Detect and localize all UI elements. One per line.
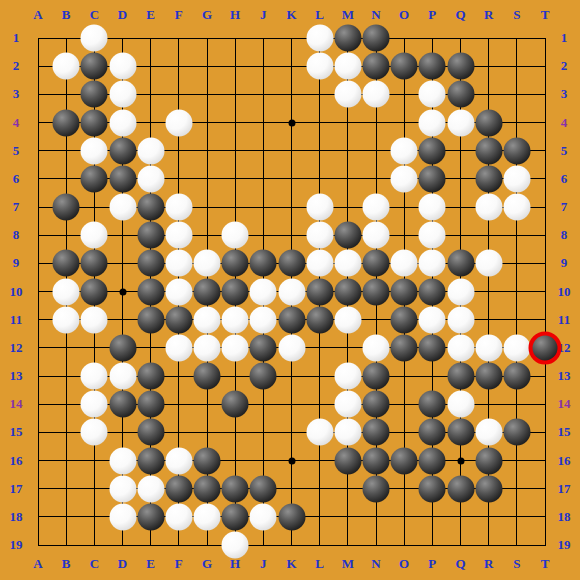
stone-black: [137, 363, 164, 390]
stone-black: [137, 419, 164, 446]
stone-white: [250, 503, 277, 530]
stone-white: [137, 165, 164, 192]
stone-white: [165, 222, 192, 249]
stone-white: [165, 447, 192, 474]
row-label: 11: [10, 312, 22, 328]
row-label: 14: [558, 396, 571, 412]
stone-black: [306, 278, 333, 305]
column-label: S: [513, 7, 520, 23]
stone-white: [475, 419, 502, 446]
stone-black: [278, 306, 305, 333]
row-label: 4: [13, 115, 20, 131]
column-label: D: [118, 7, 127, 23]
stone-black: [447, 81, 474, 108]
stone-black: [137, 278, 164, 305]
column-label: A: [33, 7, 42, 23]
stone-white: [475, 194, 502, 221]
stone-black: [363, 250, 390, 277]
stone-white: [165, 194, 192, 221]
go-board[interactable]: AABBCCDDEEFFGGHHJJKKLLMMNNOOPPQQRRSSTT11…: [0, 0, 580, 580]
stone-black: [419, 165, 446, 192]
grid-line: [545, 38, 546, 546]
row-label: 2: [13, 58, 20, 74]
stone-white: [81, 391, 108, 418]
row-label: 5: [13, 143, 20, 159]
row-label: 16: [558, 453, 571, 469]
stone-black: [53, 250, 80, 277]
stone-black: [334, 25, 361, 52]
stone-black: [447, 250, 474, 277]
row-label: 13: [558, 368, 571, 384]
stone-black: [194, 447, 221, 474]
column-label: B: [62, 556, 71, 572]
row-label: 1: [13, 30, 20, 46]
stone-black: [391, 447, 418, 474]
row-label: 19: [558, 537, 571, 553]
column-label: T: [541, 556, 550, 572]
star-point: [457, 457, 464, 464]
stone-black: [419, 53, 446, 80]
stone-white: [419, 194, 446, 221]
stone-black: [278, 503, 305, 530]
stone-black: [363, 278, 390, 305]
column-label: N: [371, 7, 380, 23]
stone-white: [194, 503, 221, 530]
stone-white: [165, 250, 192, 277]
row-label: 9: [561, 255, 568, 271]
column-label: R: [484, 556, 493, 572]
stone-white: [194, 250, 221, 277]
stone-white: [419, 306, 446, 333]
stone-black: [109, 165, 136, 192]
column-label: O: [399, 7, 409, 23]
stone-black: [137, 250, 164, 277]
stone-black: [363, 447, 390, 474]
row-label: 6: [13, 171, 20, 187]
row-label: 10: [558, 284, 571, 300]
row-label: 14: [10, 396, 23, 412]
stone-black: [165, 306, 192, 333]
stone-white: [81, 306, 108, 333]
row-label: 15: [10, 424, 23, 440]
stone-white: [363, 81, 390, 108]
last-move-marker: [529, 331, 562, 364]
grid-line: [38, 235, 546, 236]
column-label: P: [428, 556, 436, 572]
stone-black: [363, 475, 390, 502]
column-label: F: [175, 7, 183, 23]
stone-black: [137, 391, 164, 418]
grid-line: [38, 38, 546, 39]
column-label: T: [541, 7, 550, 23]
column-label: K: [286, 556, 296, 572]
stone-black: [391, 306, 418, 333]
stone-black: [222, 391, 249, 418]
stone-black: [475, 447, 502, 474]
row-label: 17: [558, 481, 571, 497]
stone-white: [109, 81, 136, 108]
stone-black: [137, 306, 164, 333]
stone-black: [363, 25, 390, 52]
stone-white: [194, 334, 221, 361]
stone-white: [81, 137, 108, 164]
stone-white: [53, 306, 80, 333]
stone-white: [334, 250, 361, 277]
row-label: 18: [10, 509, 23, 525]
stone-white: [447, 278, 474, 305]
stone-white: [109, 363, 136, 390]
stone-white: [81, 222, 108, 249]
column-label: C: [90, 556, 99, 572]
stone-black: [503, 363, 530, 390]
column-label: R: [484, 7, 493, 23]
stone-white: [334, 306, 361, 333]
column-label: L: [315, 7, 324, 23]
stone-black: [222, 475, 249, 502]
column-label: J: [260, 556, 267, 572]
stone-white: [363, 222, 390, 249]
column-label: L: [315, 556, 324, 572]
stone-black: [475, 165, 502, 192]
stone-white: [53, 278, 80, 305]
stone-white: [81, 419, 108, 446]
stone-black: [503, 419, 530, 446]
stone-black: [447, 363, 474, 390]
stone-white: [419, 222, 446, 249]
stone-black: [222, 250, 249, 277]
stone-black: [419, 334, 446, 361]
stone-black: [363, 419, 390, 446]
stone-black: [250, 363, 277, 390]
stone-black: [334, 447, 361, 474]
stone-black: [109, 334, 136, 361]
stone-white: [278, 278, 305, 305]
stone-white: [109, 503, 136, 530]
column-label: M: [342, 556, 354, 572]
stone-black: [81, 165, 108, 192]
stone-white: [137, 475, 164, 502]
stone-black: [81, 250, 108, 277]
stone-black: [475, 475, 502, 502]
row-label: 6: [561, 171, 568, 187]
stone-white: [306, 53, 333, 80]
stone-white: [447, 334, 474, 361]
stone-white: [53, 53, 80, 80]
column-label: P: [428, 7, 436, 23]
stone-black: [475, 137, 502, 164]
column-label: S: [513, 556, 520, 572]
grid-line: [38, 38, 39, 546]
stone-black: [109, 391, 136, 418]
stone-black: [447, 53, 474, 80]
stone-black: [475, 109, 502, 136]
stone-black: [447, 475, 474, 502]
stone-black: [334, 278, 361, 305]
stone-white: [109, 53, 136, 80]
row-label: 17: [10, 481, 23, 497]
column-label: G: [202, 7, 212, 23]
column-label: E: [146, 7, 155, 23]
column-label: F: [175, 556, 183, 572]
stone-white: [391, 137, 418, 164]
stone-black: [81, 109, 108, 136]
row-label: 8: [13, 227, 20, 243]
stone-black: [250, 250, 277, 277]
row-label: 8: [561, 227, 568, 243]
stone-white: [250, 278, 277, 305]
stone-white: [391, 165, 418, 192]
stone-black: [475, 363, 502, 390]
stone-black: [109, 137, 136, 164]
stone-black: [447, 419, 474, 446]
stone-black: [419, 447, 446, 474]
stone-white: [419, 81, 446, 108]
row-label: 2: [561, 58, 568, 74]
stone-white: [334, 363, 361, 390]
row-label: 10: [10, 284, 23, 300]
stone-white: [165, 503, 192, 530]
star-point: [119, 288, 126, 295]
stone-black: [137, 503, 164, 530]
row-label: 7: [13, 199, 20, 215]
stone-black: [194, 363, 221, 390]
stone-white: [222, 532, 249, 559]
stone-black: [363, 363, 390, 390]
stone-black: [306, 306, 333, 333]
stone-black: [419, 391, 446, 418]
stone-black: [222, 503, 249, 530]
stone-black: [222, 278, 249, 305]
stone-black: [137, 194, 164, 221]
row-label: 12: [10, 340, 23, 356]
stone-white: [306, 25, 333, 52]
stone-black: [419, 419, 446, 446]
stone-white: [306, 250, 333, 277]
stone-black: [53, 109, 80, 136]
column-label: C: [90, 7, 99, 23]
column-label: K: [286, 7, 296, 23]
stone-black: [419, 278, 446, 305]
row-label: 4: [561, 115, 568, 131]
stone-black: [503, 137, 530, 164]
column-label: Q: [455, 7, 465, 23]
star-point: [288, 119, 295, 126]
stone-white: [306, 419, 333, 446]
stone-black: [391, 278, 418, 305]
stone-white: [109, 475, 136, 502]
grid-line: [516, 38, 517, 546]
stone-black: [334, 222, 361, 249]
stone-white: [334, 391, 361, 418]
stone-white: [222, 334, 249, 361]
stone-black: [250, 334, 277, 361]
stone-white: [109, 194, 136, 221]
stone-white: [363, 194, 390, 221]
row-label: 18: [558, 509, 571, 525]
stone-white: [334, 419, 361, 446]
stone-white: [81, 25, 108, 52]
stone-white: [503, 165, 530, 192]
stone-white: [503, 194, 530, 221]
row-label: 5: [561, 143, 568, 159]
column-label: H: [230, 7, 240, 23]
stone-white: [109, 109, 136, 136]
column-label: B: [62, 7, 71, 23]
grid-line: [38, 545, 546, 546]
column-label: G: [202, 556, 212, 572]
stone-white: [222, 222, 249, 249]
stone-black: [278, 250, 305, 277]
row-label: 3: [13, 86, 20, 102]
stone-white: [165, 109, 192, 136]
stone-white: [419, 250, 446, 277]
stone-white: [137, 137, 164, 164]
stone-white: [334, 81, 361, 108]
row-label: 7: [561, 199, 568, 215]
stone-white: [165, 278, 192, 305]
stone-black: [250, 475, 277, 502]
column-label: O: [399, 556, 409, 572]
row-label: 11: [558, 312, 570, 328]
stone-white: [306, 222, 333, 249]
stone-black: [363, 391, 390, 418]
column-label: A: [33, 556, 42, 572]
column-label: N: [371, 556, 380, 572]
row-label: 9: [13, 255, 20, 271]
column-label: Q: [455, 556, 465, 572]
stone-white: [391, 250, 418, 277]
stone-black: [419, 475, 446, 502]
stone-white: [222, 306, 249, 333]
stone-white: [503, 334, 530, 361]
stone-black: [363, 53, 390, 80]
stone-black: [137, 222, 164, 249]
row-label: 3: [561, 86, 568, 102]
stone-black: [81, 53, 108, 80]
row-label: 1: [561, 30, 568, 46]
stone-white: [475, 334, 502, 361]
stone-white: [447, 306, 474, 333]
stone-white: [278, 334, 305, 361]
stone-white: [363, 334, 390, 361]
stone-white: [447, 109, 474, 136]
column-label: D: [118, 556, 127, 572]
stone-white: [194, 306, 221, 333]
stone-white: [475, 250, 502, 277]
stone-black: [194, 475, 221, 502]
stone-white: [81, 363, 108, 390]
stone-black: [165, 475, 192, 502]
stone-black: [391, 53, 418, 80]
stone-black: [391, 334, 418, 361]
column-label: J: [260, 7, 267, 23]
stone-white: [419, 109, 446, 136]
stone-white: [109, 447, 136, 474]
stone-white: [165, 334, 192, 361]
stone-black: [194, 278, 221, 305]
row-label: 13: [10, 368, 23, 384]
row-label: 15: [558, 424, 571, 440]
row-label: 16: [10, 453, 23, 469]
column-label: M: [342, 7, 354, 23]
stone-black: [137, 447, 164, 474]
star-point: [288, 457, 295, 464]
stone-black: [53, 194, 80, 221]
stone-white: [334, 53, 361, 80]
stone-white: [306, 194, 333, 221]
stone-black: [81, 81, 108, 108]
stone-white: [250, 306, 277, 333]
stone-white: [447, 391, 474, 418]
stone-black: [419, 137, 446, 164]
column-label: E: [146, 556, 155, 572]
stone-black: [81, 278, 108, 305]
row-label: 19: [10, 537, 23, 553]
